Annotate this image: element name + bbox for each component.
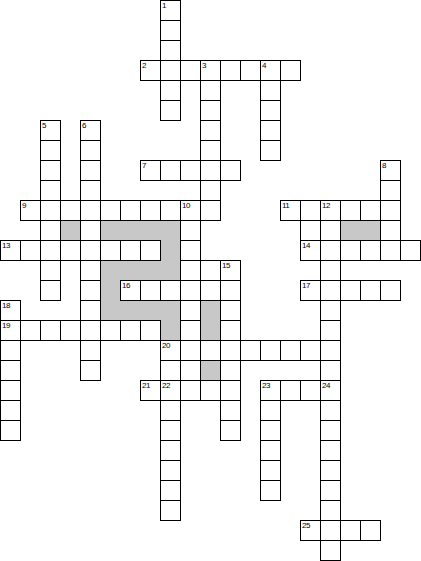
grid-cell-c16r10[interactable]: 12	[320, 200, 341, 221]
clue-number: 10	[182, 201, 190, 210]
clue-number: 9	[22, 201, 26, 210]
grid-cell-c18r26[interactable]	[360, 520, 381, 541]
grid-cell-c15r26[interactable]: 25	[300, 520, 321, 541]
grid-cell-c8r14[interactable]	[160, 280, 181, 301]
grid-cell-c1r16[interactable]	[20, 320, 41, 341]
grid-cell-c10r8[interactable]	[200, 160, 221, 181]
grid-cell-c10r13[interactable]	[200, 260, 221, 281]
grid-cell-c7r16[interactable]	[140, 320, 161, 341]
grid-cell-c8r20[interactable]	[160, 400, 181, 421]
grid-cell-c9r17[interactable]	[180, 340, 201, 361]
grid-cell-c2r13[interactable]	[40, 260, 61, 281]
grid-cell-c8r17[interactable]: 20	[160, 340, 181, 361]
grid-cell-c1r10[interactable]: 9	[20, 200, 41, 221]
grid-cell-c3r12[interactable]	[60, 240, 81, 261]
grid-cell-c5r16[interactable]	[100, 320, 121, 341]
grid-cell-c19r9[interactable]	[380, 180, 401, 201]
clue-number: 13	[2, 241, 10, 250]
grid-cell-c11r16[interactable]	[220, 320, 241, 341]
grid-cell-c2r7[interactable]	[40, 140, 61, 161]
grid-cell-c4r6[interactable]: 6	[80, 120, 101, 141]
grid-cell-c4r8[interactable]	[80, 160, 101, 181]
shaded-region-column-pair-right-of-20	[201, 301, 221, 341]
grid-cell-c0r21[interactable]	[0, 420, 21, 441]
clue-number: 17	[302, 281, 310, 290]
clue-number: 23	[262, 381, 270, 390]
grid-cell-c16r11[interactable]	[320, 220, 341, 241]
grid-cell-c2r9[interactable]	[40, 180, 61, 201]
grid-cell-c12r3[interactable]	[240, 60, 261, 81]
clue-number: 18	[2, 301, 10, 310]
grid-cell-c10r10[interactable]	[200, 200, 221, 221]
grid-cell-c16r25[interactable]	[320, 500, 341, 521]
grid-cell-c5r12[interactable]	[100, 240, 121, 261]
grid-cell-c8r25[interactable]	[160, 500, 181, 521]
grid-cell-c11r21[interactable]	[220, 420, 241, 441]
grid-cell-c16r24[interactable]	[320, 480, 341, 501]
grid-cell-c13r3[interactable]: 4	[260, 60, 281, 81]
grid-cell-c0r18[interactable]	[0, 360, 21, 381]
grid-cell-c14r10[interactable]: 11	[280, 200, 301, 221]
grid-cell-c8r24[interactable]	[160, 480, 181, 501]
grid-cell-c8r23[interactable]	[160, 460, 181, 481]
grid-cell-c9r14[interactable]	[180, 280, 201, 301]
grid-cell-c11r18[interactable]	[220, 360, 241, 381]
grid-cell-c6r10[interactable]	[120, 200, 141, 221]
clue-number: 2	[142, 61, 146, 70]
clue-number: 4	[262, 61, 266, 70]
grid-cell-c16r16[interactable]	[320, 320, 341, 341]
grid-cell-c11r20[interactable]	[220, 400, 241, 421]
grid-cell-c7r3[interactable]: 2	[140, 60, 161, 81]
grid-cell-c10r5[interactable]	[200, 100, 221, 121]
grid-cell-c11r13[interactable]: 15	[220, 260, 241, 281]
grid-cell-c13r7[interactable]	[260, 140, 281, 161]
grid-cell-c4r16[interactable]	[80, 320, 101, 341]
grid-cell-c13r4[interactable]	[260, 80, 281, 101]
grid-cell-c11r3[interactable]	[220, 60, 241, 81]
grid-cell-c9r12[interactable]	[180, 240, 201, 261]
clue-number: 8	[382, 161, 386, 170]
grid-cell-c8r2[interactable]	[160, 40, 181, 61]
grid-cell-c15r12[interactable]: 14	[300, 240, 321, 261]
grid-cell-c19r12[interactable]	[380, 240, 401, 261]
grid-cell-c16r27[interactable]	[320, 540, 341, 561]
grid-cell-c16r21[interactable]	[320, 420, 341, 441]
grid-cell-c0r17[interactable]	[0, 340, 21, 361]
clue-number: 21	[142, 381, 150, 390]
grid-cell-c5r10[interactable]	[100, 200, 121, 221]
grid-cell-c7r14[interactable]	[140, 280, 161, 301]
grid-cell-c13r20[interactable]	[260, 400, 281, 421]
grid-cell-c13r22[interactable]	[260, 440, 281, 461]
grid-cell-c16r26[interactable]	[320, 520, 341, 541]
grid-cell-c0r12[interactable]: 13	[0, 240, 21, 261]
grid-cell-c14r17[interactable]	[280, 340, 301, 361]
grid-cell-c9r15[interactable]	[180, 300, 201, 321]
grid-cell-c20r12[interactable]	[400, 240, 421, 261]
clue-number: 24	[322, 381, 330, 390]
grid-cell-c16r12[interactable]	[320, 240, 341, 261]
grid-cell-c0r16[interactable]: 19	[0, 320, 21, 341]
grid-cell-c17r14[interactable]	[340, 280, 361, 301]
grid-cell-c13r6[interactable]	[260, 120, 281, 141]
grid-cell-c19r8[interactable]: 8	[380, 160, 401, 181]
grid-cell-c13r17[interactable]	[260, 340, 281, 361]
grid-cell-c10r7[interactable]	[200, 140, 221, 161]
grid-cell-c8r19[interactable]: 22	[160, 380, 181, 401]
grid-cell-c8r5[interactable]	[160, 100, 181, 121]
grid-cell-c2r6[interactable]: 5	[40, 120, 61, 141]
grid-cell-c1r12[interactable]	[20, 240, 41, 261]
grid-cell-c19r14[interactable]	[380, 280, 401, 301]
grid-cell-c4r15[interactable]	[80, 300, 101, 321]
grid-cell-c16r13[interactable]	[320, 260, 341, 281]
grid-cell-c17r26[interactable]	[340, 520, 361, 541]
grid-cell-c0r19[interactable]	[0, 380, 21, 401]
grid-cell-c14r3[interactable]	[280, 60, 301, 81]
grid-cell-c0r20[interactable]	[0, 400, 21, 421]
grid-cell-c18r10[interactable]	[360, 200, 381, 221]
clue-number: 15	[222, 261, 230, 270]
grid-cell-c11r14[interactable]	[220, 280, 241, 301]
grid-cell-c8r1[interactable]	[160, 20, 181, 41]
grid-cell-c13r24[interactable]	[260, 480, 281, 501]
grid-cell-c3r16[interactable]	[60, 320, 81, 341]
clue-number: 1	[162, 1, 166, 10]
grid-cell-c0r15[interactable]: 18	[0, 300, 21, 321]
grid-cell-c11r19[interactable]	[220, 380, 241, 401]
grid-cell-c9r13[interactable]	[180, 260, 201, 281]
grid-cell-c10r19[interactable]	[200, 380, 221, 401]
grid-cell-c7r12[interactable]	[140, 240, 161, 261]
grid-cell-c4r7[interactable]	[80, 140, 101, 161]
grid-cell-c7r8[interactable]: 7	[140, 160, 161, 181]
grid-cell-c10r9[interactable]	[200, 180, 221, 201]
grid-cell-c8r18[interactable]	[160, 360, 181, 381]
grid-cell-c9r11[interactable]	[180, 220, 201, 241]
grid-cell-c6r12[interactable]	[120, 240, 141, 261]
grid-cell-c3r10[interactable]	[60, 200, 81, 221]
grid-cell-c13r21[interactable]	[260, 420, 281, 441]
clue-number: 6	[82, 121, 86, 130]
grid-cell-c9r16[interactable]	[180, 320, 201, 341]
grid-cell-c11r15[interactable]	[220, 300, 241, 321]
grid-cell-c9r3[interactable]	[180, 60, 201, 81]
grid-cell-c16r18[interactable]	[320, 360, 341, 381]
grid-cell-c15r14[interactable]: 17	[300, 280, 321, 301]
grid-cell-c9r18[interactable]	[180, 360, 201, 381]
grid-cell-c13r5[interactable]	[260, 100, 281, 121]
grid-cell-c4r9[interactable]	[80, 180, 101, 201]
grid-cell-c16r20[interactable]	[320, 400, 341, 421]
grid-cell-c8r10[interactable]	[160, 200, 181, 221]
grid-cell-c19r10[interactable]	[380, 200, 401, 221]
grid-cell-c15r11[interactable]	[300, 220, 321, 241]
grid-cell-c8r21[interactable]	[160, 420, 181, 441]
grid-cell-c2r16[interactable]	[40, 320, 61, 341]
grid-cell-c16r17[interactable]	[320, 340, 341, 361]
grid-cell-c9r8[interactable]	[180, 160, 201, 181]
grid-cell-c8r8[interactable]	[160, 160, 181, 181]
clue-number: 5	[42, 121, 46, 130]
grid-cell-c15r19[interactable]	[300, 380, 321, 401]
grid-cell-c10r17[interactable]	[200, 340, 221, 361]
clue-number: 14	[302, 241, 310, 250]
grid-cell-c2r14[interactable]	[40, 280, 61, 301]
grid-cell-c8r22[interactable]	[160, 440, 181, 461]
grid-cell-c6r16[interactable]	[120, 320, 141, 341]
crossword-board: 1234567891011121314151617181920212223242…	[0, 0, 421, 561]
grid-cell-c4r18[interactable]	[80, 360, 101, 381]
grid-cell-c7r10[interactable]	[140, 200, 161, 221]
grid-cell-c13r23[interactable]	[260, 460, 281, 481]
grid-cell-c11r17[interactable]	[220, 340, 241, 361]
grid-cell-c4r11[interactable]	[80, 220, 101, 241]
grid-cell-c18r12[interactable]	[360, 240, 381, 261]
clue-number: 12	[322, 201, 330, 210]
grid-cell-c9r10[interactable]: 10	[180, 200, 201, 221]
grid-cell-c16r22[interactable]	[320, 440, 341, 461]
grid-cell-c14r19[interactable]	[280, 380, 301, 401]
grid-cell-c4r10[interactable]	[80, 200, 101, 221]
grid-cell-c10r6[interactable]	[200, 120, 221, 141]
clue-number: 25	[302, 521, 310, 530]
grid-cell-c16r14[interactable]	[320, 280, 341, 301]
grid-cell-c9r19[interactable]	[180, 380, 201, 401]
grid-cell-c4r17[interactable]	[80, 340, 101, 361]
grid-cell-c2r12[interactable]	[40, 240, 61, 261]
grid-cell-c2r10[interactable]	[40, 200, 61, 221]
grid-cell-c12r17[interactable]	[240, 340, 261, 361]
clue-number: 16	[122, 281, 130, 290]
shaded-region-connector-left	[61, 221, 81, 241]
clue-number: 7	[142, 161, 146, 170]
clue-number: 11	[282, 201, 289, 210]
grid-cell-c2r11[interactable]	[40, 220, 61, 241]
grid-cell-c19r11[interactable]	[380, 220, 401, 241]
grid-cell-c7r19[interactable]: 21	[140, 380, 161, 401]
grid-cell-c8r3[interactable]	[160, 60, 181, 81]
grid-cell-c11r8[interactable]	[220, 160, 241, 181]
clue-number: 22	[162, 381, 170, 390]
grid-cell-c8r4[interactable]	[160, 80, 181, 101]
grid-cell-c4r13[interactable]	[80, 260, 101, 281]
grid-cell-c13r19[interactable]: 23	[260, 380, 281, 401]
grid-cell-c17r10[interactable]	[340, 200, 361, 221]
grid-cell-c4r12[interactable]	[80, 240, 101, 261]
grid-cell-c10r4[interactable]	[200, 80, 221, 101]
grid-cell-c17r12[interactable]	[340, 240, 361, 261]
clue-number: 20	[162, 341, 170, 350]
grid-cell-c15r10[interactable]	[300, 200, 321, 221]
grid-cell-c8r0[interactable]: 1	[160, 0, 181, 21]
grid-cell-c6r14[interactable]: 16	[120, 280, 141, 301]
shaded-region-single-below-20-row	[201, 361, 221, 381]
grid-cell-c10r3[interactable]: 3	[200, 60, 221, 81]
clue-number: 3	[202, 61, 206, 70]
clue-number: 19	[2, 321, 10, 330]
grid-cell-c15r17[interactable]	[300, 340, 321, 361]
grid-cell-c16r19[interactable]: 24	[320, 380, 341, 401]
grid-cell-c16r23[interactable]	[320, 460, 341, 481]
grid-cell-c2r8[interactable]	[40, 160, 61, 181]
grid-cell-c18r14[interactable]	[360, 280, 381, 301]
grid-cell-c16r15[interactable]	[320, 300, 341, 321]
shaded-region-connector-right-pair	[341, 221, 381, 241]
grid-cell-c4r14[interactable]	[80, 280, 101, 301]
